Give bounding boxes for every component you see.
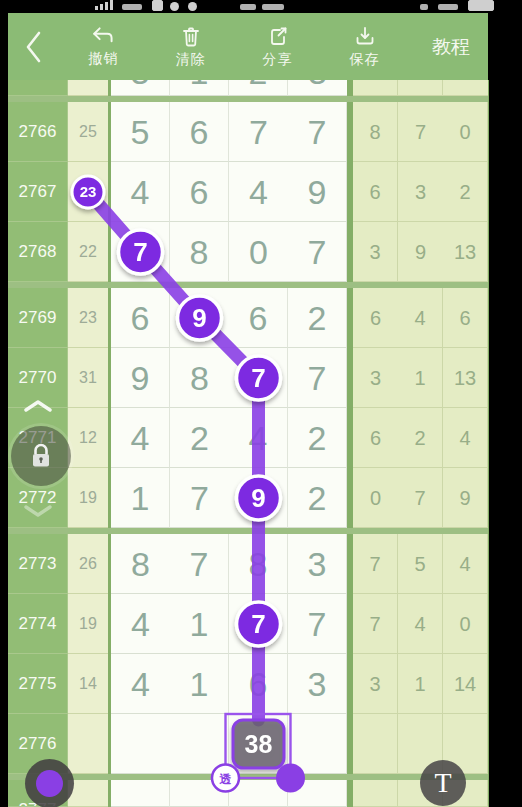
digit-cell-value: 4	[111, 594, 170, 654]
stat-cell: 6	[353, 80, 398, 96]
digit-cell-value: 7	[288, 102, 346, 162]
stat-cell-value: 6	[353, 162, 397, 222]
digit-cell-value: 6	[170, 102, 228, 162]
stat-cell: 7	[353, 594, 398, 654]
status-bar	[0, 0, 522, 13]
stat-cell: 3	[353, 222, 398, 282]
period-cell: 2773	[8, 534, 68, 594]
stat-cell: 0	[353, 468, 398, 528]
time-text	[262, 4, 284, 10]
digit-cell[interactable]: 7	[229, 102, 288, 162]
digit-cell[interactable]: 0	[229, 222, 288, 282]
sum-cell-value: 31	[68, 348, 108, 408]
period-cell-value: 2774	[8, 594, 67, 654]
digit-cell-value: 9	[288, 162, 346, 222]
period-cell: 2766	[8, 102, 68, 162]
digit-cell-value: 3	[288, 534, 346, 594]
period-cell-value: 2768	[8, 222, 67, 282]
stat-cell-value: 4	[443, 408, 487, 468]
digit-cell-value: 4	[111, 654, 170, 714]
digit-cell[interactable]	[170, 780, 229, 807]
digit-cell-value: 7	[170, 534, 228, 594]
stat-cell-value: 4	[443, 534, 487, 594]
battery-icon	[468, 0, 494, 11]
chevron-down-icon[interactable]	[24, 505, 52, 517]
stat-cell: 4	[398, 594, 443, 654]
stat-cell: 2	[398, 408, 443, 468]
digit-cell[interactable]	[111, 780, 170, 807]
digit-cell[interactable]	[288, 714, 347, 774]
digit-cell[interactable]: 4	[229, 408, 288, 468]
digit-cell[interactable]: 7	[170, 468, 229, 528]
digit-cell[interactable]: 1	[111, 468, 170, 528]
stat-cell-value: 7	[353, 594, 397, 654]
stat-cell-value: 5	[398, 534, 442, 594]
digit-cell[interactable]: 6	[170, 162, 229, 222]
vpn-icon	[420, 4, 428, 10]
sum-cell[interactable]: 19	[68, 468, 108, 528]
data-usage-icon	[122, 4, 142, 10]
digit-cell-value	[170, 714, 228, 774]
digit-cell[interactable]: 7	[229, 348, 288, 408]
sum-cell-value	[68, 714, 108, 774]
digit-cell[interactable]: 3	[288, 534, 347, 594]
period-cell-value: 2766	[8, 102, 67, 162]
digit-cell[interactable]: 4	[229, 162, 288, 222]
sum-cell-value: 12	[68, 408, 108, 468]
digit-cell[interactable]: 2	[288, 408, 347, 468]
sum-cell[interactable]	[68, 80, 108, 96]
stat-cell-value: 3	[353, 348, 398, 408]
stat-cell: 8	[353, 102, 398, 162]
period-cell-value: 2770	[8, 348, 67, 408]
digit-cell-value: 8	[170, 222, 228, 282]
stat-cell: 7	[353, 534, 398, 594]
digit-cell[interactable]: 6	[229, 288, 288, 348]
stat-cell: 6	[353, 288, 398, 348]
stat-cell-value	[353, 714, 397, 774]
period-cell: 2770	[8, 348, 68, 408]
period-cell-value: 2765	[8, 80, 67, 96]
period-cell: 2769	[8, 288, 68, 348]
color-picker-button[interactable]	[25, 759, 74, 807]
digit-cell[interactable]: 6	[170, 102, 229, 162]
stat-cell: 1	[398, 654, 443, 714]
digit-cell-value	[111, 780, 169, 807]
sum-cell[interactable]: 23	[68, 288, 108, 348]
signal-icon	[110, 0, 113, 10]
digit-cell-value: 6	[229, 654, 287, 714]
alarm-icon	[170, 2, 179, 11]
digit-cell[interactable]: 2	[288, 468, 347, 528]
undo-label: 撤销	[89, 50, 119, 68]
trend-chart-board[interactable]: 2765312368227662556778702767234649632276…	[8, 80, 488, 807]
digit-cell[interactable]: 8	[170, 348, 229, 408]
stat-cell-value: 7	[398, 102, 443, 162]
stat-cell-value: 3	[398, 162, 443, 222]
digit-cell[interactable]	[229, 714, 288, 774]
stat-cell-value: 1	[398, 348, 442, 408]
sum-cell-value: 26	[68, 534, 108, 594]
sum-cell[interactable]: 14	[68, 654, 108, 714]
period-cell-value: 2773	[8, 534, 67, 594]
stat-cell-value: 6	[353, 80, 397, 96]
stat-cell: 2	[443, 162, 488, 222]
stat-cell: 2	[443, 80, 488, 96]
sum-cell[interactable]: 26	[68, 534, 108, 594]
digit-cell[interactable]: 7	[288, 348, 347, 408]
sum-cell-value	[68, 780, 108, 807]
screenshot-icon	[152, 0, 163, 11]
text-tool-button[interactable]: T	[420, 760, 466, 806]
signal-icon	[100, 4, 103, 10]
sum-cell-value: 23	[68, 288, 108, 348]
stat-cell-value: 6	[443, 288, 487, 348]
digit-cell-value: 7	[170, 468, 229, 528]
digit-cell-value: 1	[170, 654, 228, 714]
period-cell-value: 2775	[8, 654, 67, 714]
mute-icon	[188, 2, 197, 11]
lock-icon	[28, 442, 54, 470]
sum-cell[interactable]: 19	[68, 594, 108, 654]
period-cell: 2767	[8, 162, 68, 222]
share-label: 分享	[263, 51, 293, 69]
digit-cell[interactable]: 2	[288, 288, 347, 348]
digit-cell-value: 1	[111, 468, 169, 528]
digit-cell[interactable]: 7	[170, 534, 229, 594]
sum-cell-value: 19	[68, 468, 108, 528]
sum-cell[interactable]: 31	[68, 348, 108, 408]
digit-cell[interactable]: 2	[170, 408, 229, 468]
share-button[interactable]: 分享	[263, 25, 293, 69]
digit-cell-value	[288, 714, 346, 774]
digit-cell[interactable]: 3	[288, 80, 347, 96]
digit-cell-value: 7	[229, 102, 288, 162]
undo-button[interactable]: 撤销	[89, 26, 119, 68]
digit-cell-value: 9	[170, 288, 229, 348]
stat-cell-value: 13	[443, 222, 487, 282]
save-button[interactable]: 保存	[350, 25, 380, 69]
digit-cell[interactable]: 4	[111, 594, 170, 654]
stat-cell: 6	[353, 408, 398, 468]
digit-cell-value: 8	[229, 534, 287, 594]
stat-cell: 3	[353, 654, 398, 714]
back-chevron-icon	[24, 30, 44, 64]
back-button[interactable]	[8, 13, 60, 80]
digit-cell-value	[170, 780, 228, 807]
stat-cell: 0	[443, 102, 488, 162]
digit-cell[interactable]: 5	[111, 102, 170, 162]
digit-cell-value: 2	[229, 80, 287, 96]
save-label: 保存	[350, 51, 380, 69]
digit-cell-value: 0	[229, 222, 288, 282]
period-cell: 2768	[8, 222, 68, 282]
digit-cell-value: 8	[170, 348, 229, 408]
digit-cell-value: 9	[229, 468, 287, 528]
digit-cell[interactable]: 9	[229, 468, 288, 528]
stat-cell-value: 7	[353, 534, 397, 594]
undo-icon	[91, 26, 117, 48]
save-icon	[353, 25, 377, 49]
digit-cell-value: 3	[111, 80, 169, 96]
digit-cell[interactable]: 8	[170, 222, 229, 282]
tutorial-button[interactable]: 教程	[414, 34, 488, 60]
digit-cell-value: 5	[111, 102, 169, 162]
digit-cell-value: 7	[288, 348, 346, 408]
digit-cell[interactable]	[229, 780, 288, 807]
stat-cell-value: 9	[443, 468, 487, 528]
digit-cell[interactable]: 7	[288, 594, 347, 654]
period-cell: 2765	[8, 80, 68, 96]
period-cell-value: 2767	[8, 162, 67, 222]
sum-cell[interactable]: 12	[68, 408, 108, 468]
digit-cell[interactable]: 1	[170, 80, 229, 96]
trash-icon	[179, 25, 203, 49]
stat-cell-value: 13	[443, 348, 487, 408]
sum-cell[interactable]: 23	[68, 162, 108, 222]
digit-cell-value: 7	[229, 594, 287, 654]
stat-cell	[353, 780, 398, 807]
stat-cell: 1	[398, 348, 443, 408]
period-cell-value: 2769	[8, 288, 67, 348]
digit-cell[interactable]	[170, 714, 229, 774]
digit-cell-value: 4	[111, 408, 169, 468]
stat-cell: 4	[398, 288, 443, 348]
stat-cell: 3	[398, 162, 443, 222]
sum-cell-value: 14	[68, 654, 108, 714]
stat-cell: 13	[443, 222, 488, 282]
digit-cell[interactable]: 9	[170, 288, 229, 348]
digit-cell[interactable]: 7	[111, 222, 170, 282]
stat-cell-value: 8	[353, 102, 397, 162]
stat-cell: 3	[353, 348, 398, 408]
digit-cell-value: 4	[229, 408, 287, 468]
digit-cell[interactable]: 1	[170, 654, 229, 714]
stat-cell	[353, 714, 398, 774]
digit-cell[interactable]: 8	[229, 534, 288, 594]
sum-cell[interactable]	[68, 714, 108, 774]
stat-cell-value: 1	[398, 654, 442, 714]
digit-cell-value: 6	[111, 288, 169, 348]
digit-cell-value: 2	[288, 468, 346, 528]
digit-cell[interactable]: 2	[229, 80, 288, 96]
stat-cell-value: 4	[398, 288, 442, 348]
digit-cell-value	[229, 714, 287, 774]
share-icon	[266, 25, 290, 49]
digit-cell-value	[111, 714, 170, 774]
digit-cell-value: 4	[111, 162, 169, 222]
stat-cell: 5	[398, 534, 443, 594]
digit-cell[interactable]: 3	[288, 654, 347, 714]
digit-cell-value: 6	[170, 162, 228, 222]
digit-cell[interactable]: 4	[111, 162, 170, 222]
stat-cell-value: 0	[443, 102, 487, 162]
toolbar: 撤销 清除 分享 保存	[8, 13, 488, 80]
digit-cell-value	[229, 780, 287, 807]
sum-cell-value: 25	[68, 102, 108, 162]
stat-cell-value: 8	[398, 80, 442, 96]
battery-percent	[438, 4, 458, 10]
digit-cell-value: 7	[288, 222, 346, 282]
period-cell: 2775	[8, 654, 68, 714]
stat-cell: 6	[353, 162, 398, 222]
sum-cell[interactable]: 22	[68, 222, 108, 282]
stat-cell-value: 2	[443, 80, 488, 96]
stat-cell: 7	[398, 102, 443, 162]
digit-cell-value: 8	[111, 534, 170, 594]
digit-cell[interactable]: 6	[229, 654, 288, 714]
stat-cell-value: 3	[353, 654, 397, 714]
digit-cell[interactable]: 3	[111, 80, 170, 96]
stat-cell: 13	[443, 348, 488, 408]
chevron-up-icon[interactable]	[24, 400, 52, 412]
stat-cell-value: 2	[398, 408, 442, 468]
stat-cell: 4	[443, 408, 488, 468]
stat-cell-value: 0	[443, 594, 487, 654]
digit-cell-value: 2	[170, 408, 229, 468]
signal-icon	[95, 6, 98, 10]
sum-cell-value: 19	[68, 594, 108, 654]
digit-cell-value: 2	[288, 288, 346, 348]
digit-cell[interactable]: 8	[111, 534, 170, 594]
stat-cell: 7	[398, 468, 443, 528]
digit-cell-value: 2	[288, 408, 346, 468]
clear-label: 清除	[176, 51, 206, 69]
sum-cell[interactable]	[68, 780, 108, 807]
digit-cell[interactable]: 7	[288, 102, 347, 162]
sum-cell-value: 22	[68, 222, 108, 282]
stat-cell-value: 4	[398, 594, 442, 654]
digit-cell[interactable]: 9	[288, 162, 347, 222]
digit-cell[interactable]	[288, 780, 347, 807]
sum-cell-value	[68, 80, 108, 96]
stat-cell-value: 3	[353, 222, 397, 282]
digit-cell[interactable]: 9	[111, 348, 170, 408]
digit-cell-value: 6	[229, 288, 287, 348]
digit-cell[interactable]: 7	[288, 222, 347, 282]
digit-cell-value	[288, 780, 346, 807]
digit-cell-value: 3	[288, 80, 347, 96]
stat-cell: 14	[443, 654, 488, 714]
digit-cell-value: 7	[288, 594, 346, 654]
digit-cell[interactable]: 6	[111, 288, 170, 348]
signal-icon	[105, 2, 108, 10]
digit-cell[interactable]	[111, 714, 170, 774]
period-cell: 2774	[8, 594, 68, 654]
digit-cell-value: 4	[229, 162, 288, 222]
digit-cell[interactable]: 7	[229, 594, 288, 654]
stat-cell-value: 6	[353, 408, 398, 468]
stat-cell: 0	[443, 594, 488, 654]
lock-button[interactable]	[11, 426, 71, 486]
stat-cell-value: 0	[353, 468, 398, 528]
sum-cell[interactable]: 25	[68, 102, 108, 162]
digit-cell-value: 1	[170, 80, 228, 96]
stat-cell: 4	[443, 534, 488, 594]
digit-cell-value: 1	[170, 594, 228, 654]
stat-cell-value: 9	[398, 222, 443, 282]
clear-button[interactable]: 清除	[176, 25, 206, 69]
digit-cell-value: 9	[111, 348, 169, 408]
stat-cell-value: 6	[353, 288, 398, 348]
stat-cell-value	[353, 780, 397, 807]
current-color-swatch	[36, 770, 63, 797]
time-text	[240, 4, 256, 10]
digit-cell[interactable]: 4	[111, 654, 170, 714]
sum-cell-value: 23	[68, 162, 108, 222]
stat-cell-value: 2	[443, 162, 487, 222]
stat-cell: 9	[398, 222, 443, 282]
digit-cell-value: 3	[288, 654, 346, 714]
digit-cell-value: 7	[229, 348, 287, 408]
stat-cell: 8	[398, 80, 443, 96]
digit-cell[interactable]: 4	[111, 408, 170, 468]
digit-cell-value: 7	[111, 222, 169, 282]
stat-cell: 9	[443, 468, 488, 528]
stat-cell: 6	[443, 288, 488, 348]
stat-cell-value: 14	[443, 654, 487, 714]
digit-cell[interactable]: 1	[170, 594, 229, 654]
stat-cell-value: 7	[398, 468, 442, 528]
